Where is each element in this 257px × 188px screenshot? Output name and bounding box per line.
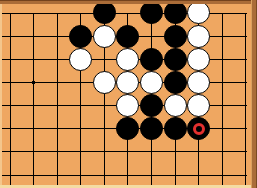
intersection[interactable] [187, 163, 211, 186]
intersection[interactable] [140, 163, 164, 186]
intersection[interactable] [45, 94, 69, 117]
intersection[interactable] [45, 163, 69, 186]
goban: ●●●○●○●●○○○●●○○○○●○○●○○●●●● [0, 0, 257, 188]
board-left-cropped-edge [0, 0, 2, 188]
intersection[interactable] [0, 1, 22, 24]
intersection[interactable]: ● [116, 25, 140, 48]
intersection[interactable]: ○ [116, 48, 140, 71]
intersection[interactable]: ○ [187, 25, 211, 48]
black-stone: ● [69, 25, 92, 48]
intersection[interactable] [69, 163, 93, 186]
white-stone: ○ [116, 94, 139, 117]
black-stone: ● [164, 48, 187, 71]
white-stone: ○ [93, 25, 116, 48]
intersection[interactable]: ○ [187, 71, 211, 94]
white-stone: ○ [187, 25, 210, 48]
intersection[interactable] [45, 117, 69, 140]
intersection[interactable] [22, 25, 46, 48]
intersection[interactable]: ○ [163, 94, 187, 117]
intersection[interactable] [22, 71, 46, 94]
black-stone: ● [140, 48, 163, 71]
white-stone: ○ [93, 71, 116, 94]
intersection[interactable] [0, 94, 22, 117]
intersection[interactable] [140, 25, 164, 48]
intersection[interactable] [69, 71, 93, 94]
intersection[interactable] [210, 140, 234, 163]
intersection[interactable] [210, 48, 234, 71]
white-stone: ○ [140, 71, 163, 94]
intersection[interactable] [22, 117, 46, 140]
intersection[interactable]: ● [140, 48, 164, 71]
intersection[interactable] [93, 117, 117, 140]
black-stone: ● [116, 25, 139, 48]
intersection[interactable]: ○ [116, 71, 140, 94]
white-stone: ○ [187, 71, 210, 94]
intersection[interactable] [22, 94, 46, 117]
intersection[interactable]: ○ [187, 1, 211, 24]
white-stone: ○ [187, 48, 210, 71]
intersection[interactable]: ● [163, 1, 187, 24]
white-stone: ○ [164, 94, 187, 117]
white-stone: ○ [69, 48, 92, 71]
intersection[interactable] [22, 1, 46, 24]
intersection[interactable] [116, 140, 140, 163]
intersection[interactable] [163, 140, 187, 163]
intersection[interactable] [69, 1, 93, 24]
intersection[interactable] [210, 163, 234, 186]
intersection[interactable] [93, 48, 117, 71]
intersection[interactable] [187, 140, 211, 163]
intersection[interactable]: ● [163, 48, 187, 71]
intersection[interactable] [45, 48, 69, 71]
intersection[interactable] [210, 71, 234, 94]
intersection[interactable]: ● [187, 117, 211, 140]
intersection[interactable] [0, 140, 22, 163]
intersection[interactable]: ○ [93, 71, 117, 94]
black-stone: ● [164, 117, 187, 140]
intersection[interactable] [45, 71, 69, 94]
board-right-border [251, 0, 257, 188]
black-stone: ● [140, 1, 163, 24]
intersection[interactable] [210, 25, 234, 48]
intersection[interactable] [163, 163, 187, 186]
white-stone: ○ [187, 1, 210, 24]
intersection[interactable]: ○ [187, 48, 211, 71]
intersection[interactable]: ● [163, 117, 187, 140]
intersection[interactable] [0, 163, 22, 186]
intersection[interactable] [69, 94, 93, 117]
black-stone: ● [116, 117, 139, 140]
intersection[interactable]: ● [93, 1, 117, 24]
intersection[interactable]: ○ [116, 94, 140, 117]
board-grid: ●●●○●○●●○○○●●○○○○●○○●○○●●●● [0, 1, 257, 186]
intersection[interactable]: ○ [69, 48, 93, 71]
intersection[interactable] [93, 163, 117, 186]
white-stone: ○ [116, 71, 139, 94]
black-stone: ● [140, 94, 163, 117]
intersection[interactable]: ● [163, 71, 187, 94]
black-stone: ● [164, 1, 187, 24]
intersection[interactable] [45, 1, 69, 24]
intersection[interactable] [0, 117, 22, 140]
intersection[interactable] [210, 1, 234, 24]
intersection[interactable] [93, 140, 117, 163]
intersection[interactable] [140, 140, 164, 163]
intersection[interactable]: ● [163, 25, 187, 48]
intersection[interactable] [210, 117, 234, 140]
black-stone: ● [164, 71, 187, 94]
intersection[interactable] [0, 71, 22, 94]
intersection[interactable]: ○ [187, 94, 211, 117]
white-stone: ○ [116, 48, 139, 71]
intersection[interactable] [69, 140, 93, 163]
intersection[interactable] [0, 48, 22, 71]
intersection[interactable] [93, 94, 117, 117]
intersection[interactable] [45, 25, 69, 48]
intersection[interactable] [116, 163, 140, 186]
intersection[interactable] [22, 48, 46, 71]
intersection[interactable]: ● [69, 25, 93, 48]
board-top-border [0, 0, 257, 4]
black-stone: ● [140, 117, 163, 140]
intersection[interactable] [69, 117, 93, 140]
intersection[interactable] [210, 94, 234, 117]
intersection[interactable] [45, 140, 69, 163]
marked-black-stone: ● [187, 117, 210, 140]
red-circle-marker [193, 123, 205, 135]
black-stone: ● [164, 25, 187, 48]
star-point [32, 81, 36, 85]
intersection[interactable] [22, 163, 46, 186]
intersection[interactable]: ● [116, 117, 140, 140]
white-stone: ○ [187, 94, 210, 117]
intersection[interactable]: ○ [93, 25, 117, 48]
intersection[interactable]: ● [140, 1, 164, 24]
intersection[interactable] [116, 1, 140, 24]
board-bottom-cropped-edge [0, 185, 257, 188]
intersection[interactable] [22, 140, 46, 163]
intersection[interactable]: ● [140, 117, 164, 140]
intersection[interactable]: ● [140, 94, 164, 117]
black-stone: ● [93, 1, 116, 24]
intersection[interactable]: ○ [140, 71, 164, 94]
intersection[interactable] [0, 25, 22, 48]
